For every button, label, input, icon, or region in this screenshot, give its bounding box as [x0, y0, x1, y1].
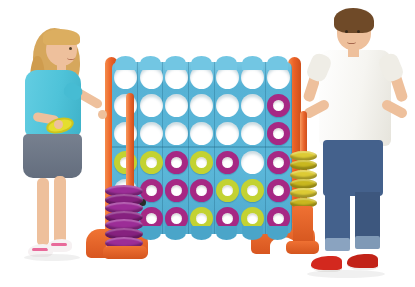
- cell-r2c3[interactable]: [164, 91, 189, 119]
- right-stack-base: [286, 241, 319, 254]
- spare-disc-ring: [290, 188, 317, 198]
- empty-hole: [216, 94, 239, 117]
- cell-r2c5[interactable]: [215, 91, 240, 119]
- board-scallop-top: [267, 56, 288, 70]
- cell-r3c3[interactable]: [164, 120, 189, 148]
- boy-shoe-right: [347, 254, 378, 270]
- boy-shadow: [307, 270, 385, 278]
- yellow-disc: [140, 151, 163, 174]
- girl-hand-on-post: [98, 110, 107, 119]
- cell-r4c4[interactable]: [189, 148, 214, 176]
- cell-r3c2[interactable]: [138, 120, 163, 148]
- magenta-disc: [267, 122, 290, 145]
- cell-r5c7[interactable]: [266, 176, 291, 204]
- board-scallop-bottom: [216, 226, 237, 240]
- yellow-disc: [190, 151, 213, 174]
- girl-shorts: [23, 134, 82, 178]
- magenta-disc: [165, 151, 188, 174]
- cell-r2c4[interactable]: [189, 91, 214, 119]
- empty-hole: [241, 151, 264, 174]
- cell-r5c3[interactable]: [164, 176, 189, 204]
- cell-r4c3[interactable]: [164, 148, 189, 176]
- board-scallop-top: [115, 56, 136, 70]
- yellow-disc: [216, 179, 239, 202]
- boy-hair: [334, 8, 374, 33]
- magenta-disc: [165, 179, 188, 202]
- cell-r3c5[interactable]: [215, 120, 240, 148]
- cell-r2c7[interactable]: [266, 91, 291, 119]
- cell-r3c4[interactable]: [189, 120, 214, 148]
- magenta-disc: [267, 179, 290, 202]
- empty-hole: [241, 94, 264, 117]
- empty-hole: [241, 122, 264, 145]
- board-scallop-top: [165, 56, 186, 70]
- magenta-disc: [267, 94, 290, 117]
- boy-eye: [345, 30, 348, 33]
- cell-r4c7[interactable]: [266, 148, 291, 176]
- empty-hole: [216, 122, 239, 145]
- boy-leg-right: [355, 192, 380, 242]
- empty-hole: [190, 122, 213, 145]
- empty-hole: [165, 94, 188, 117]
- board-scallop-bottom: [242, 226, 263, 240]
- empty-hole: [165, 122, 188, 145]
- empty-hole: [140, 94, 163, 117]
- board-scallop-bottom: [191, 226, 212, 240]
- girl-shoe-right: [47, 239, 72, 252]
- cell-r5c5[interactable]: [215, 176, 240, 204]
- magenta-disc: [190, 179, 213, 202]
- boy-eye: [357, 30, 360, 33]
- girl-hair-bangs: [43, 29, 80, 45]
- cell-r2c6[interactable]: [240, 91, 265, 119]
- board-scallop-top: [140, 56, 161, 70]
- right-stack-column: [293, 206, 313, 246]
- girl-smile: [67, 55, 75, 60]
- boy-mouth: [347, 40, 356, 44]
- scene: [0, 0, 415, 287]
- cell-r5c6[interactable]: [240, 176, 265, 204]
- cell-r4c2[interactable]: [138, 148, 163, 176]
- cell-r5c4[interactable]: [189, 176, 214, 204]
- cell-r3c7[interactable]: [266, 120, 291, 148]
- empty-hole: [140, 122, 163, 145]
- girl-leg-right: [54, 176, 66, 244]
- board-scallop-bottom: [140, 226, 161, 240]
- shoe-strap: [32, 248, 48, 251]
- girl-leg-left: [37, 178, 49, 246]
- boy-jean-cuff-left: [325, 238, 350, 251]
- boy-leg-left: [325, 192, 350, 242]
- girl-shadow: [24, 254, 80, 261]
- cell-r4c6[interactable]: [240, 148, 265, 176]
- girl-hand-holding-disc: [54, 120, 63, 129]
- cell-r2c2[interactable]: [138, 91, 163, 119]
- cell-r3c6[interactable]: [240, 120, 265, 148]
- boy-jean-cuff-right: [355, 236, 380, 249]
- board-scallop-bottom: [165, 226, 186, 240]
- board-scallop-top: [191, 56, 212, 70]
- yellow-disc: [241, 179, 264, 202]
- shoe-strap: [51, 243, 67, 246]
- right-disc-stack[interactable]: [290, 151, 317, 213]
- boy-jeans: [323, 140, 383, 196]
- board-scallop-top: [242, 56, 263, 70]
- spare-disc-ring: [290, 160, 317, 170]
- magenta-disc: [216, 151, 239, 174]
- magenta-disc: [267, 151, 290, 174]
- cell-r4c5[interactable]: [215, 148, 240, 176]
- empty-hole: [190, 94, 213, 117]
- left-disc-holder-rod: [126, 93, 134, 193]
- girl-figure: [8, 26, 112, 272]
- girl-eye: [69, 47, 72, 50]
- board-scallop-top: [216, 56, 237, 70]
